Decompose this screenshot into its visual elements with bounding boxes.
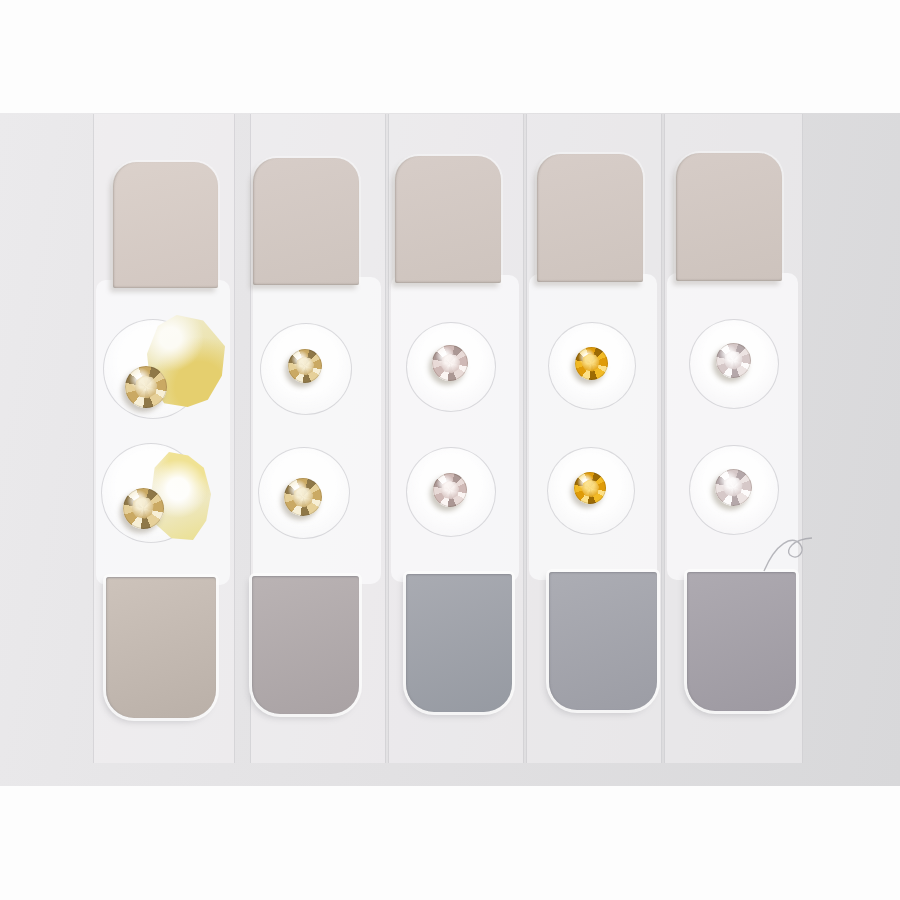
top-foil-tab <box>253 158 359 285</box>
bottom-foil-tab <box>252 576 359 714</box>
page-background <box>0 0 900 900</box>
faceted-gem <box>123 488 164 529</box>
faceted-gem <box>574 472 606 504</box>
faceted-gem <box>125 366 167 408</box>
faceted-gem <box>715 469 752 506</box>
bottom-foil-tab <box>106 577 216 718</box>
top-foil-tab <box>113 162 218 288</box>
stray-fiber <box>760 531 824 579</box>
faceted-gem <box>575 347 608 380</box>
top-foil-tab <box>537 154 643 282</box>
bottom-foil-tab <box>687 572 796 711</box>
blister-window <box>253 277 381 584</box>
faceted-gem <box>433 473 467 507</box>
bottom-foil-tab <box>406 574 512 712</box>
top-foil-tab <box>676 153 782 281</box>
faceted-gem <box>716 343 751 378</box>
faceted-gem <box>284 478 322 516</box>
faceted-gem <box>288 349 322 383</box>
faceted-gem <box>432 345 468 381</box>
top-foil-tab <box>395 156 501 283</box>
bottom-foil-tab <box>549 572 657 710</box>
